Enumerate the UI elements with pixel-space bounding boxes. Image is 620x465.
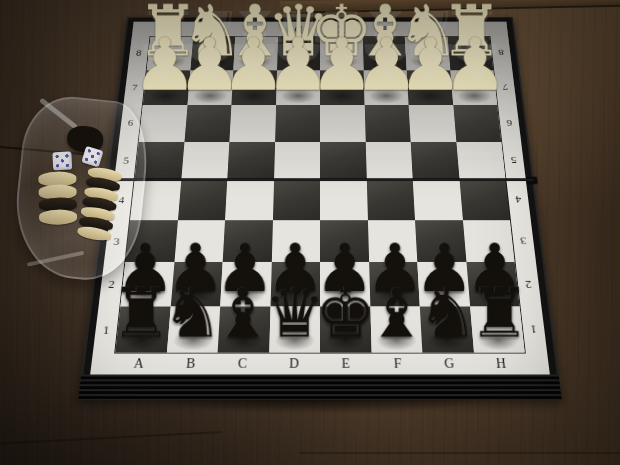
square-c4 (225, 180, 274, 220)
square-e5 (320, 142, 366, 180)
square-c6 (229, 105, 275, 142)
square-e4 (320, 180, 367, 220)
file-label-a: A (112, 353, 166, 374)
chess-board: ABCDEFGH ABCDEFGH 87654321 87654321 ♜♞♝♛… (78, 0, 562, 400)
rank-label-right-2: 2 (516, 262, 542, 306)
file-label-top-a: A (150, 22, 194, 36)
board-frame: ABCDEFGH ABCDEFGH 87654321 87654321 ♜♞♝♛… (78, 17, 562, 400)
file-labels-bottom: ABCDEFGH (112, 353, 528, 374)
rank-label-right-6: 6 (498, 105, 521, 142)
square-d4 (273, 180, 320, 220)
die-icon (81, 146, 103, 168)
square-g5 (411, 142, 460, 180)
square-f4 (366, 180, 415, 220)
file-label-top-g: G (404, 22, 447, 36)
square-f1: ♝ (370, 306, 422, 352)
checkers-stack (38, 173, 77, 225)
rank-label-right-5: 5 (502, 141, 526, 179)
rank-label-right-7: 7 (494, 70, 516, 105)
file-labels-top: ABCDEFGH (150, 22, 491, 36)
file-label-f: F (371, 353, 424, 374)
board-grid: ♜♞♝♛♚♝♞♜♟♟♟♟♟♟♟♟♟♟♟♟♟♟♟♟♜♞♝♛♚♝♞♜ (114, 36, 526, 354)
square-f6 (364, 105, 410, 142)
plank-seam (300, 452, 620, 454)
square-d5 (274, 142, 320, 180)
square-g6 (409, 105, 456, 142)
file-label-top-d: D (277, 22, 320, 36)
file-label-e: E (320, 353, 372, 374)
frame-front-ridges (78, 375, 562, 400)
file-label-top-e: E (320, 22, 363, 36)
square-e6 (320, 105, 365, 142)
square-d1: ♛ (269, 306, 320, 352)
file-label-top-c: C (235, 22, 278, 36)
file-label-d: D (268, 353, 320, 374)
file-label-top-h: H (447, 22, 491, 36)
photo-scene: ABCDEFGH ABCDEFGH 87654321 87654321 ♜♞♝♛… (0, 0, 620, 465)
rank-label-right-4: 4 (506, 180, 530, 220)
rank-label-right-3: 3 (511, 220, 536, 262)
square-h7: ♟ (450, 70, 497, 105)
die-pips (81, 146, 103, 168)
square-d6 (275, 105, 320, 142)
square-g4 (413, 180, 463, 220)
square-g1: ♞ (420, 306, 474, 352)
square-f5 (365, 142, 412, 180)
file-label-top-f: F (362, 22, 405, 36)
checkers-stack (77, 168, 123, 243)
rank-label-right-1: 1 (521, 307, 548, 354)
square-h6 (453, 105, 501, 142)
file-label-b: B (164, 353, 217, 374)
hinge-seam (106, 178, 534, 181)
square-b4 (178, 180, 228, 220)
square-c1: ♝ (218, 306, 270, 352)
file-label-top-b: B (192, 22, 235, 36)
file-label-c: C (216, 353, 269, 374)
file-label-g: G (423, 353, 476, 374)
square-h4 (459, 180, 510, 220)
file-label-h: H (474, 353, 528, 374)
square-e1: ♚ (320, 306, 371, 352)
square-a6 (139, 105, 187, 142)
square-c5 (227, 142, 274, 180)
die-pips (52, 151, 72, 170)
checker-light (39, 209, 77, 225)
die-icon (52, 151, 72, 170)
square-h1: ♜ (470, 306, 525, 352)
board-face: ABCDEFGH ABCDEFGH 87654321 87654321 ♜♞♝♛… (90, 22, 550, 375)
rank-label-right-8: 8 (490, 36, 512, 70)
square-b5 (181, 142, 230, 180)
square-h5 (456, 142, 506, 180)
square-b6 (184, 105, 231, 142)
